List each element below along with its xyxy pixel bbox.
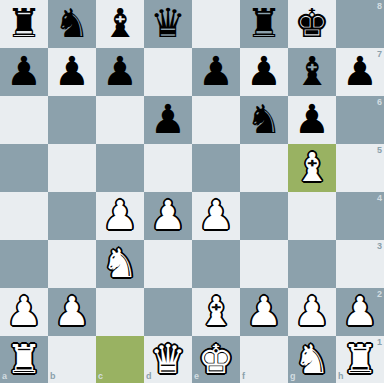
- piece-black-pawn-g6[interactable]: ♟: [294, 95, 330, 143]
- piece-white-pawn-c4[interactable]: ♟: [102, 191, 138, 239]
- square-b6[interactable]: [48, 96, 96, 144]
- square-c4[interactable]: ♟: [96, 192, 144, 240]
- square-e2[interactable]: ♝: [192, 288, 240, 336]
- piece-black-pawn-b7[interactable]: ♟: [54, 47, 90, 95]
- square-g7[interactable]: ♝: [288, 48, 336, 96]
- piece-white-rook-a1[interactable]: ♜: [6, 335, 42, 383]
- piece-white-bishop-e2[interactable]: ♝: [198, 287, 234, 335]
- square-f2[interactable]: ♟: [240, 288, 288, 336]
- square-c8[interactable]: ♝: [96, 0, 144, 48]
- square-d7[interactable]: [144, 48, 192, 96]
- square-b3[interactable]: [48, 240, 96, 288]
- square-h8[interactable]: 8: [336, 0, 384, 48]
- piece-white-knight-g1[interactable]: ♞: [294, 335, 330, 383]
- square-f5[interactable]: [240, 144, 288, 192]
- piece-black-rook-a8[interactable]: ♜: [6, 0, 42, 47]
- rank-label-6: 6: [377, 98, 382, 107]
- square-g3[interactable]: [288, 240, 336, 288]
- file-label-e: e: [194, 372, 199, 381]
- square-c3[interactable]: ♞: [96, 240, 144, 288]
- file-label-d: d: [146, 372, 152, 381]
- square-b7[interactable]: ♟: [48, 48, 96, 96]
- square-e7[interactable]: ♟: [192, 48, 240, 96]
- square-c6[interactable]: [96, 96, 144, 144]
- square-g5[interactable]: ♝: [288, 144, 336, 192]
- square-a2[interactable]: ♟: [0, 288, 48, 336]
- square-a7[interactable]: ♟: [0, 48, 48, 96]
- piece-white-bishop-g5[interactable]: ♝: [294, 143, 330, 191]
- piece-black-pawn-e7[interactable]: ♟: [198, 47, 234, 95]
- piece-black-bishop-c8[interactable]: ♝: [102, 0, 138, 47]
- square-h6[interactable]: 6: [336, 96, 384, 144]
- piece-white-queen-d1[interactable]: ♛: [150, 335, 186, 383]
- square-c2[interactable]: [96, 288, 144, 336]
- square-h2[interactable]: ♟2: [336, 288, 384, 336]
- rank-label-8: 8: [377, 2, 382, 11]
- piece-black-rook-f8[interactable]: ♜: [246, 0, 282, 47]
- square-c7[interactable]: ♟: [96, 48, 144, 96]
- square-g2[interactable]: ♟: [288, 288, 336, 336]
- square-a4[interactable]: [0, 192, 48, 240]
- piece-black-king-g8[interactable]: ♚: [294, 0, 330, 47]
- piece-black-queen-d8[interactable]: ♛: [150, 0, 186, 47]
- square-a3[interactable]: [0, 240, 48, 288]
- square-a1[interactable]: ♜a: [0, 336, 48, 383]
- square-h7[interactable]: ♟7: [336, 48, 384, 96]
- square-d3[interactable]: [144, 240, 192, 288]
- square-f8[interactable]: ♜: [240, 0, 288, 48]
- square-a6[interactable]: [0, 96, 48, 144]
- piece-white-pawn-h2[interactable]: ♟: [342, 287, 378, 335]
- square-b5[interactable]: [48, 144, 96, 192]
- square-e6[interactable]: [192, 96, 240, 144]
- square-f1[interactable]: f: [240, 336, 288, 383]
- square-h3[interactable]: 3: [336, 240, 384, 288]
- piece-white-pawn-e4[interactable]: ♟: [198, 191, 234, 239]
- square-f3[interactable]: [240, 240, 288, 288]
- square-e4[interactable]: ♟: [192, 192, 240, 240]
- file-label-b: b: [50, 372, 56, 381]
- square-f4[interactable]: [240, 192, 288, 240]
- piece-white-king-e1[interactable]: ♚: [198, 335, 234, 383]
- piece-white-pawn-f2[interactable]: ♟: [246, 287, 282, 335]
- square-f7[interactable]: ♟: [240, 48, 288, 96]
- rank-label-3: 3: [377, 242, 382, 251]
- square-g6[interactable]: ♟: [288, 96, 336, 144]
- file-label-c: c: [98, 372, 103, 381]
- square-g4[interactable]: [288, 192, 336, 240]
- square-e5[interactable]: [192, 144, 240, 192]
- square-e1[interactable]: ♚e: [192, 336, 240, 383]
- piece-black-knight-b8[interactable]: ♞: [54, 0, 90, 47]
- piece-white-pawn-d4[interactable]: ♟: [150, 191, 186, 239]
- piece-white-pawn-g2[interactable]: ♟: [294, 287, 330, 335]
- square-a5[interactable]: [0, 144, 48, 192]
- square-d6[interactable]: ♟: [144, 96, 192, 144]
- square-g1[interactable]: ♞g: [288, 336, 336, 383]
- file-label-g: g: [290, 372, 296, 381]
- piece-black-knight-f6[interactable]: ♞: [246, 95, 282, 143]
- square-b4[interactable]: [48, 192, 96, 240]
- piece-white-knight-c3[interactable]: ♞: [102, 239, 138, 287]
- piece-white-pawn-b2[interactable]: ♟: [54, 287, 90, 335]
- chess-board: ♜♞♝♛♜♚8♟♟♟♟♟♝♟7♟♞♟6♝5♟♟♟4♞3♟♟♝♟♟♟2♜abc♛d…: [0, 0, 384, 383]
- piece-black-pawn-c7[interactable]: ♟: [102, 47, 138, 95]
- square-h4[interactable]: 4: [336, 192, 384, 240]
- square-c5[interactable]: [96, 144, 144, 192]
- rank-label-4: 4: [377, 194, 382, 203]
- square-h1[interactable]: ♜1h: [336, 336, 384, 383]
- square-d5[interactable]: [144, 144, 192, 192]
- square-f6[interactable]: ♞: [240, 96, 288, 144]
- square-a8[interactable]: ♜: [0, 0, 48, 48]
- square-e8[interactable]: [192, 0, 240, 48]
- square-e3[interactable]: [192, 240, 240, 288]
- piece-black-bishop-g7[interactable]: ♝: [294, 47, 330, 95]
- rank-label-1: 1: [377, 338, 382, 347]
- square-b2[interactable]: ♟: [48, 288, 96, 336]
- file-label-a: a: [2, 372, 7, 381]
- square-h5[interactable]: 5: [336, 144, 384, 192]
- rank-label-5: 5: [377, 146, 382, 155]
- square-b8[interactable]: ♞: [48, 0, 96, 48]
- piece-black-pawn-h7[interactable]: ♟: [342, 47, 378, 95]
- piece-black-pawn-f7[interactable]: ♟: [246, 47, 282, 95]
- rank-label-7: 7: [377, 50, 382, 59]
- square-b1[interactable]: b: [48, 336, 96, 383]
- rank-label-2: 2: [377, 290, 382, 299]
- square-c1[interactable]: c: [96, 336, 144, 383]
- piece-black-pawn-a7[interactable]: ♟: [6, 47, 42, 95]
- file-label-f: f: [242, 372, 245, 381]
- square-d8[interactable]: ♛: [144, 0, 192, 48]
- piece-white-rook-h1[interactable]: ♜: [342, 335, 378, 383]
- square-d1[interactable]: ♛d: [144, 336, 192, 383]
- piece-white-pawn-a2[interactable]: ♟: [6, 287, 42, 335]
- piece-black-pawn-d6[interactable]: ♟: [150, 95, 186, 143]
- square-d2[interactable]: [144, 288, 192, 336]
- square-d4[interactable]: ♟: [144, 192, 192, 240]
- square-g8[interactable]: ♚: [288, 0, 336, 48]
- file-label-h: h: [338, 372, 344, 381]
